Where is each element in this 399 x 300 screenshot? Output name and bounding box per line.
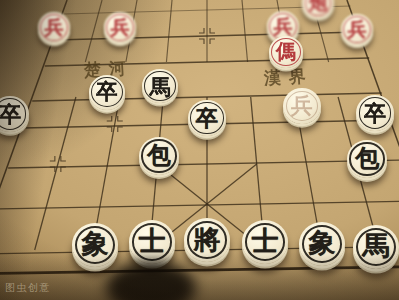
watermark-text: 图虫创意 (5, 281, 51, 295)
piece-glyph: 炮 (309, 0, 327, 12)
piece-black-advisor-1[interactable]: 士 (129, 220, 175, 264)
piece-glyph: 卒 (96, 81, 117, 102)
piece-glyph: 包 (147, 144, 171, 168)
piece-glyph: 兵 (111, 18, 130, 37)
piece-red-pawn-5[interactable]: 兵 (283, 88, 321, 124)
xiangqi-board-photo: 楚河 漢界 兵兵兵兵炮傌兵卒卒馬卒卒包包象士將士象馬 图虫创意 (0, 0, 399, 300)
piece-glyph: 兵 (347, 20, 366, 39)
piece-glyph: 士 (252, 228, 279, 255)
piece-glyph: 象 (309, 230, 336, 257)
piece-red-pawn-2[interactable]: 兵 (104, 12, 137, 43)
piece-glyph: 卒 (0, 103, 21, 125)
piece-glyph: 兵 (291, 95, 313, 117)
piece-black-elephant-2[interactable]: 象 (299, 222, 345, 266)
piece-red-pawn-1[interactable]: 兵 (38, 12, 71, 43)
piece-glyph: 包 (355, 147, 379, 171)
piece-glyph: 馬 (363, 233, 390, 260)
piece-glyph: 兵 (45, 18, 64, 37)
piece-black-general[interactable]: 將 (184, 218, 230, 262)
piece-black-elephant-1[interactable]: 象 (72, 223, 118, 267)
piece-black-advisor-2[interactable]: 士 (242, 220, 288, 264)
piece-glyph: 士 (139, 228, 166, 255)
river-label-right: 漢界 (262, 65, 313, 88)
piece-black-soldier-2[interactable]: 卒 (89, 75, 126, 110)
piece-red-pawn-4[interactable]: 兵 (341, 14, 374, 45)
piece-glyph: 卒 (364, 102, 386, 124)
piece-glyph: 卒 (196, 107, 218, 129)
piece-glyph: 兵 (274, 17, 293, 36)
piece-black-horse-2[interactable]: 馬 (353, 225, 399, 269)
piece-glyph: 象 (82, 231, 109, 258)
piece-glyph: 傌 (276, 42, 296, 62)
piece-glyph: 將 (194, 227, 221, 254)
piece-glyph: 馬 (149, 76, 170, 97)
piece-black-soldier-4[interactable]: 卒 (356, 95, 394, 131)
